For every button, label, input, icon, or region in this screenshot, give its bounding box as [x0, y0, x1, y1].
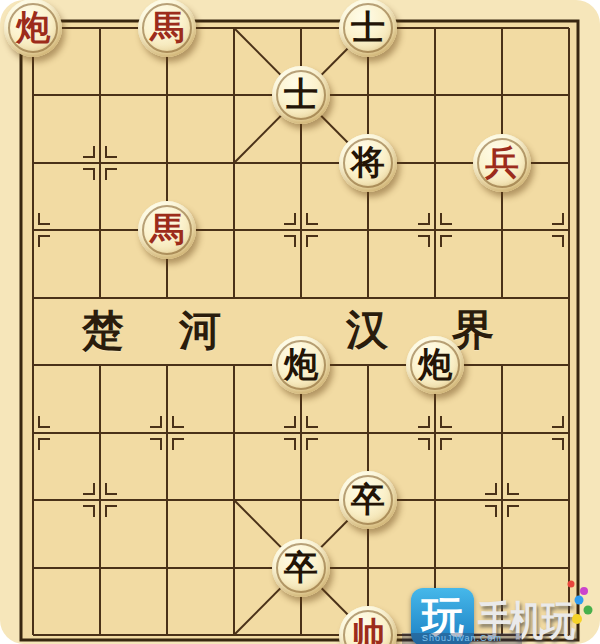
- watermark-url-text: ShouJiWan.Com: [402, 633, 522, 644]
- piece-red-cannon[interactable]: 炮: [4, 0, 62, 57]
- xiangqi-board[interactable]: 楚 河 汉 界 炮馬士士将兵馬炮炮卒卒帅 玩 手机玩 ShouJiWan.Com: [0, 0, 600, 644]
- piece-character: 馬: [138, 201, 196, 259]
- piece-red-general[interactable]: 帅: [339, 606, 397, 644]
- piece-character: 帅: [339, 606, 397, 644]
- piece-black-soldier[interactable]: 卒: [339, 471, 397, 529]
- watermark-dot: [580, 587, 588, 595]
- piece-character: 卒: [272, 539, 330, 597]
- piece-black-advisor[interactable]: 士: [339, 0, 397, 57]
- piece-black-soldier[interactable]: 卒: [272, 539, 330, 597]
- piece-character: 卒: [339, 471, 397, 529]
- piece-red-soldier[interactable]: 兵: [473, 134, 531, 192]
- piece-character: 炮: [272, 336, 330, 394]
- piece-black-cannon[interactable]: 炮: [272, 336, 330, 394]
- watermark-dot: [575, 596, 584, 605]
- river-char-chu: 楚: [82, 303, 124, 359]
- piece-red-horse[interactable]: 馬: [138, 201, 196, 259]
- piece-character: 将: [339, 134, 397, 192]
- watermark-dot: [568, 581, 575, 588]
- river-char-he: 河: [179, 303, 221, 359]
- piece-character: 士: [272, 66, 330, 124]
- piece-character: 炮: [406, 336, 464, 394]
- piece-black-general[interactable]: 将: [339, 134, 397, 192]
- piece-black-advisor[interactable]: 士: [272, 66, 330, 124]
- piece-character: 士: [339, 0, 397, 57]
- piece-character: 馬: [138, 0, 196, 57]
- river-char-han: 汉: [346, 302, 388, 358]
- piece-red-horse[interactable]: 馬: [138, 0, 196, 57]
- piece-character: 兵: [473, 134, 531, 192]
- watermark-dot: [572, 614, 582, 624]
- piece-character: 炮: [4, 0, 62, 57]
- piece-black-cannon[interactable]: 炮: [406, 336, 464, 394]
- watermark-dot: [584, 606, 593, 615]
